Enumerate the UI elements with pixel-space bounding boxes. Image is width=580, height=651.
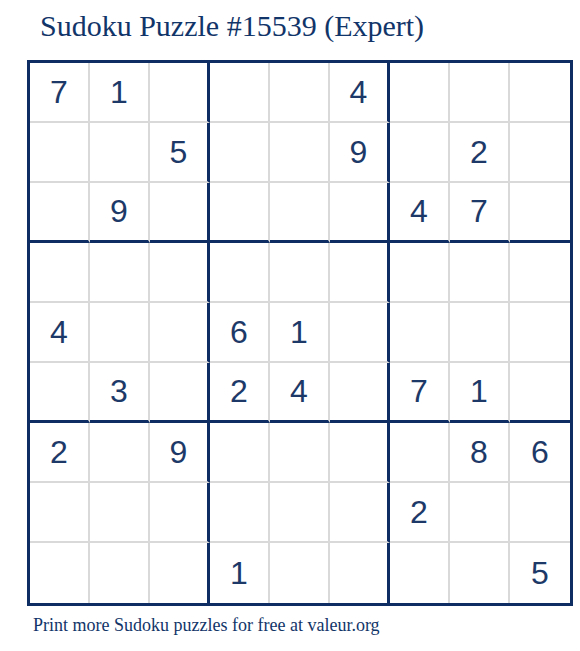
sudoku-cell-r5c5: 1 — [270, 303, 330, 363]
sudoku-cell-r2c8: 2 — [450, 123, 510, 183]
sudoku-cell-r3c8: 7 — [450, 183, 510, 243]
sudoku-board: 714592947461324712986215 — [27, 60, 573, 606]
sudoku-cell-r7c2 — [90, 423, 150, 483]
sudoku-cell-r2c6: 9 — [330, 123, 390, 183]
sudoku-cell-r4c6 — [330, 243, 390, 303]
sudoku-cell-r6c2: 3 — [90, 363, 150, 423]
sudoku-cell-r3c7: 4 — [390, 183, 450, 243]
sudoku-page: Sudoku Puzzle #15539 (Expert) 7145929474… — [0, 11, 580, 636]
sudoku-cell-r8c3 — [150, 483, 210, 543]
sudoku-cell-r8c4 — [210, 483, 270, 543]
sudoku-cell-r1c6: 4 — [330, 63, 390, 123]
sudoku-cell-r3c3 — [150, 183, 210, 243]
page-title: Sudoku Puzzle #15539 (Expert) — [40, 11, 580, 41]
sudoku-cell-r2c2 — [90, 123, 150, 183]
sudoku-cell-r1c7 — [390, 63, 450, 123]
sudoku-cell-r1c5 — [270, 63, 330, 123]
sudoku-cell-r5c2 — [90, 303, 150, 363]
sudoku-cell-r7c6 — [330, 423, 390, 483]
sudoku-cell-r8c8 — [450, 483, 510, 543]
sudoku-cell-r4c4 — [210, 243, 270, 303]
sudoku-cell-r9c1 — [30, 543, 90, 603]
sudoku-cell-r7c8: 8 — [450, 423, 510, 483]
sudoku-cell-r8c5 — [270, 483, 330, 543]
sudoku-cell-r5c7 — [390, 303, 450, 363]
footer-text: Print more Sudoku puzzles for free at va… — [33, 616, 580, 636]
sudoku-cell-r5c9 — [510, 303, 570, 363]
sudoku-cell-r8c7: 2 — [390, 483, 450, 543]
sudoku-cell-r4c8 — [450, 243, 510, 303]
sudoku-cell-r3c2: 9 — [90, 183, 150, 243]
sudoku-cell-r2c3: 5 — [150, 123, 210, 183]
sudoku-cell-r1c8 — [450, 63, 510, 123]
sudoku-cell-r6c1 — [30, 363, 90, 423]
sudoku-cell-r2c1 — [30, 123, 90, 183]
sudoku-cell-r4c9 — [510, 243, 570, 303]
sudoku-cell-r2c7 — [390, 123, 450, 183]
sudoku-cell-r6c7: 7 — [390, 363, 450, 423]
sudoku-cell-r9c5 — [270, 543, 330, 603]
sudoku-cell-r3c1 — [30, 183, 90, 243]
sudoku-cell-r6c3 — [150, 363, 210, 423]
sudoku-cell-r9c4: 1 — [210, 543, 270, 603]
sudoku-cell-r8c6 — [330, 483, 390, 543]
sudoku-cell-r1c9 — [510, 63, 570, 123]
sudoku-cell-r4c1 — [30, 243, 90, 303]
sudoku-cell-r5c6 — [330, 303, 390, 363]
sudoku-cell-r7c9: 6 — [510, 423, 570, 483]
sudoku-cell-r4c7 — [390, 243, 450, 303]
sudoku-cell-r4c3 — [150, 243, 210, 303]
sudoku-cell-r9c7 — [390, 543, 450, 603]
sudoku-cell-r1c4 — [210, 63, 270, 123]
sudoku-cell-r1c2: 1 — [90, 63, 150, 123]
sudoku-cell-r4c5 — [270, 243, 330, 303]
sudoku-cell-r3c6 — [330, 183, 390, 243]
sudoku-cell-r5c4: 6 — [210, 303, 270, 363]
sudoku-cell-r1c3 — [150, 63, 210, 123]
sudoku-cell-r3c4 — [210, 183, 270, 243]
sudoku-cell-r9c6 — [330, 543, 390, 603]
sudoku-cell-r6c9 — [510, 363, 570, 423]
sudoku-cell-r1c1: 7 — [30, 63, 90, 123]
sudoku-cell-r2c4 — [210, 123, 270, 183]
sudoku-cell-r8c1 — [30, 483, 90, 543]
sudoku-cell-r5c1: 4 — [30, 303, 90, 363]
sudoku-cell-r8c9 — [510, 483, 570, 543]
sudoku-cell-r9c3 — [150, 543, 210, 603]
sudoku-cell-r6c6 — [330, 363, 390, 423]
sudoku-cell-r7c3: 9 — [150, 423, 210, 483]
sudoku-cell-r5c8 — [450, 303, 510, 363]
sudoku-cell-r2c5 — [270, 123, 330, 183]
sudoku-cell-r2c9 — [510, 123, 570, 183]
sudoku-cell-r7c5 — [270, 423, 330, 483]
sudoku-cell-r6c8: 1 — [450, 363, 510, 423]
sudoku-cell-r7c1: 2 — [30, 423, 90, 483]
sudoku-cell-r5c3 — [150, 303, 210, 363]
sudoku-cell-r9c8 — [450, 543, 510, 603]
sudoku-cell-r3c5 — [270, 183, 330, 243]
sudoku-cell-r6c4: 2 — [210, 363, 270, 423]
sudoku-cell-r9c2 — [90, 543, 150, 603]
sudoku-cell-r7c4 — [210, 423, 270, 483]
sudoku-cell-r4c2 — [90, 243, 150, 303]
sudoku-cell-r3c9 — [510, 183, 570, 243]
sudoku-cell-r8c2 — [90, 483, 150, 543]
sudoku-cell-r9c9: 5 — [510, 543, 570, 603]
sudoku-cell-r7c7 — [390, 423, 450, 483]
sudoku-cell-r6c5: 4 — [270, 363, 330, 423]
